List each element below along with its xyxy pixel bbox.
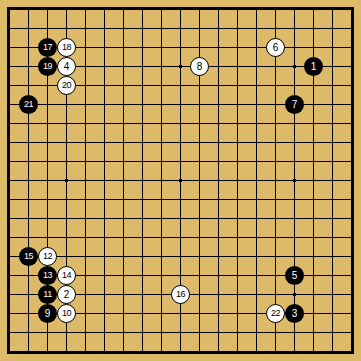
stone-white-2[interactable]: 2 [57, 285, 76, 304]
stone-black-17[interactable]: 17 [38, 38, 57, 57]
go-board[interactable]: 12345678910111213141516171819202122 [9, 9, 352, 352]
stone-black-5[interactable]: 5 [285, 266, 304, 285]
stone-white-20[interactable]: 20 [57, 76, 76, 95]
star-point [65, 179, 68, 182]
star-point [293, 65, 296, 68]
go-diagram: 12345678910111213141516171819202122 [0, 0, 361, 361]
stone-black-7[interactable]: 7 [285, 95, 304, 114]
stone-black-3[interactable]: 3 [285, 304, 304, 323]
stone-white-16[interactable]: 16 [171, 285, 190, 304]
stone-white-4[interactable]: 4 [57, 57, 76, 76]
stone-black-1[interactable]: 1 [304, 57, 323, 76]
star-point [179, 65, 182, 68]
stone-black-15[interactable]: 15 [19, 247, 38, 266]
stone-black-21[interactable]: 21 [19, 95, 38, 114]
stone-black-19[interactable]: 19 [38, 57, 57, 76]
stone-white-8[interactable]: 8 [190, 57, 209, 76]
stone-white-10[interactable]: 10 [57, 304, 76, 323]
stone-black-13[interactable]: 13 [38, 266, 57, 285]
stone-black-11[interactable]: 11 [38, 285, 57, 304]
stone-white-14[interactable]: 14 [57, 266, 76, 285]
star-point [293, 293, 296, 296]
star-point [293, 179, 296, 182]
star-point [179, 179, 182, 182]
stone-white-22[interactable]: 22 [266, 304, 285, 323]
stone-white-6[interactable]: 6 [266, 38, 285, 57]
stone-black-9[interactable]: 9 [38, 304, 57, 323]
stone-white-18[interactable]: 18 [57, 38, 76, 57]
stone-white-12[interactable]: 12 [38, 247, 57, 266]
